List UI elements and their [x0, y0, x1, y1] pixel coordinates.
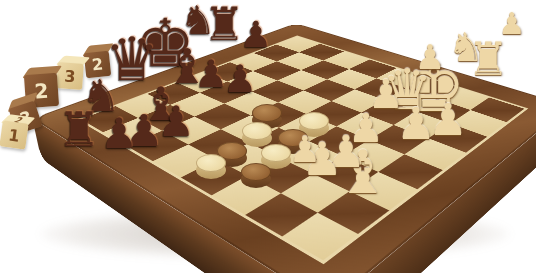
- dark-rook: ♜: [57, 108, 100, 151]
- light-rook: ♜: [467, 39, 508, 80]
- dark-pawn: ♟: [223, 62, 257, 96]
- product-photo-stage: ♞♜♟♚♛♝♟♟♞♝♟♟♜♟ ♟♞♜♚♛♟♟♟♟♝♟♟♟♟ 232321: [0, 0, 536, 273]
- light-pawn: ♟: [396, 104, 435, 144]
- checker-top: [196, 154, 226, 172]
- brown-die: 2: [84, 51, 111, 78]
- checker-top: [299, 112, 329, 130]
- dark-pawn: ♟: [100, 115, 138, 153]
- die-front-face: 1: [0, 120, 29, 149]
- checker-top: [242, 122, 272, 140]
- checker-top: [252, 104, 282, 122]
- dark-rook: ♜: [203, 4, 244, 45]
- checker-top: [261, 144, 291, 162]
- light-pawn: ♟: [289, 134, 321, 166]
- light-pawn: ♟: [415, 42, 445, 73]
- die-front-face: 2: [84, 51, 111, 78]
- dark-pawn: ♟: [240, 19, 272, 51]
- tan-die: 21: [0, 120, 29, 149]
- checker-top: [241, 163, 271, 181]
